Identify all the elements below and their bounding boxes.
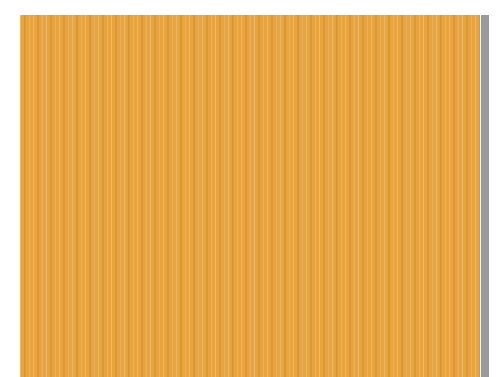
stones-layer — [20, 20, 476, 377]
go-board-screen — [0, 0, 500, 377]
board-edge-shadow — [481, 15, 489, 377]
